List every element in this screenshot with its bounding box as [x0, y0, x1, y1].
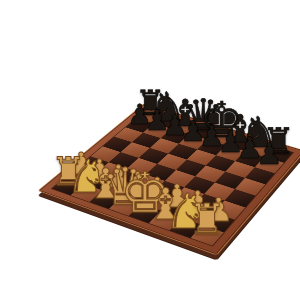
black-pawn-h7: ♟: [256, 139, 283, 169]
pieces-layer: ♜♞♝♛♚♝♞♜♟♟♟♟♟♟♟♟♟♟♟♟♟♟♟♟♜♞♝♛♚♝♞♜: [0, 0, 300, 300]
white-rook-h1: ♜: [188, 199, 226, 241]
chess-set-photo: ♜♞♝♛♚♝♞♜♟♟♟♟♟♟♟♟♟♟♟♟♟♟♟♟♜♞♝♛♚♝♞♜: [0, 0, 300, 300]
